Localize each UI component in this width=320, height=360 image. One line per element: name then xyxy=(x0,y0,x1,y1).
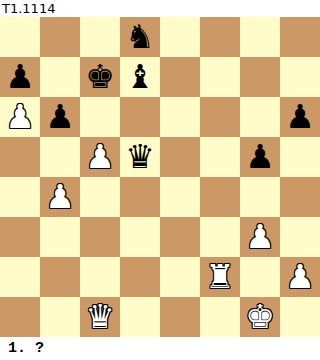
square-a6[interactable]: ♟ xyxy=(0,97,40,137)
square-e8[interactable] xyxy=(160,17,200,57)
square-e1[interactable] xyxy=(160,297,200,337)
square-b1[interactable] xyxy=(40,297,80,337)
square-a8[interactable] xyxy=(0,17,40,57)
square-d8[interactable]: ♞ xyxy=(120,17,160,57)
square-g4[interactable] xyxy=(240,177,280,217)
square-a3[interactable] xyxy=(0,217,40,257)
black-pawn-g5[interactable]: ♟ xyxy=(240,137,280,177)
square-h7[interactable] xyxy=(280,57,320,97)
square-f4[interactable] xyxy=(200,177,240,217)
square-h4[interactable] xyxy=(280,177,320,217)
move-prompt: 1. ? xyxy=(0,340,44,357)
square-h2[interactable]: ♟ xyxy=(280,257,320,297)
square-b7[interactable] xyxy=(40,57,80,97)
square-g2[interactable] xyxy=(240,257,280,297)
square-a7[interactable]: ♟ xyxy=(0,57,40,97)
square-g3[interactable]: ♟ xyxy=(240,217,280,257)
square-c5[interactable]: ♟ xyxy=(80,137,120,177)
square-f8[interactable] xyxy=(200,17,240,57)
square-h8[interactable] xyxy=(280,17,320,57)
black-bishop-d7[interactable]: ♝ xyxy=(120,57,160,97)
square-a2[interactable] xyxy=(0,257,40,297)
square-e2[interactable] xyxy=(160,257,200,297)
square-d5[interactable]: ♛ xyxy=(120,137,160,177)
square-c1[interactable]: ♛ xyxy=(80,297,120,337)
square-f2[interactable]: ♜ xyxy=(200,257,240,297)
square-d1[interactable] xyxy=(120,297,160,337)
square-e3[interactable] xyxy=(160,217,200,257)
square-d6[interactable] xyxy=(120,97,160,137)
square-e7[interactable] xyxy=(160,57,200,97)
square-f7[interactable] xyxy=(200,57,240,97)
square-g7[interactable] xyxy=(240,57,280,97)
square-b3[interactable] xyxy=(40,217,80,257)
square-g6[interactable] xyxy=(240,97,280,137)
square-e6[interactable] xyxy=(160,97,200,137)
square-a5[interactable] xyxy=(0,137,40,177)
white-rook-f2[interactable]: ♜ xyxy=(200,257,240,297)
move-bar: 1. ? xyxy=(0,337,320,360)
white-pawn-c5[interactable]: ♟ xyxy=(80,137,120,177)
white-pawn-b4[interactable]: ♟ xyxy=(40,177,80,217)
square-h3[interactable] xyxy=(280,217,320,257)
square-c4[interactable] xyxy=(80,177,120,217)
square-h1[interactable] xyxy=(280,297,320,337)
black-queen-d5[interactable]: ♛ xyxy=(120,137,160,177)
square-b8[interactable] xyxy=(40,17,80,57)
white-pawn-a6[interactable]: ♟ xyxy=(0,97,40,137)
square-f6[interactable] xyxy=(200,97,240,137)
square-d2[interactable] xyxy=(120,257,160,297)
square-d7[interactable]: ♝ xyxy=(120,57,160,97)
black-king-c7[interactable]: ♚ xyxy=(80,57,120,97)
chess-board: ♞♟♚♝♟♟♟♟♛♟♟♟♜♟♛♚ xyxy=(0,17,320,337)
square-f3[interactable] xyxy=(200,217,240,257)
square-b6[interactable]: ♟ xyxy=(40,97,80,137)
square-g5[interactable]: ♟ xyxy=(240,137,280,177)
square-c7[interactable]: ♚ xyxy=(80,57,120,97)
white-king-g1[interactable]: ♚ xyxy=(240,297,280,337)
square-b5[interactable] xyxy=(40,137,80,177)
square-f1[interactable] xyxy=(200,297,240,337)
square-c6[interactable] xyxy=(80,97,120,137)
square-a4[interactable] xyxy=(0,177,40,217)
square-f5[interactable] xyxy=(200,137,240,177)
square-b4[interactable]: ♟ xyxy=(40,177,80,217)
black-pawn-a7[interactable]: ♟ xyxy=(0,57,40,97)
black-pawn-h6[interactable]: ♟ xyxy=(280,97,320,137)
square-c2[interactable] xyxy=(80,257,120,297)
white-pawn-h2[interactable]: ♟ xyxy=(280,257,320,297)
black-pawn-b6[interactable]: ♟ xyxy=(40,97,80,137)
square-c8[interactable] xyxy=(80,17,120,57)
puzzle-title: T1.1114 xyxy=(0,0,55,17)
white-pawn-g3[interactable]: ♟ xyxy=(240,217,280,257)
square-b2[interactable] xyxy=(40,257,80,297)
square-e5[interactable] xyxy=(160,137,200,177)
square-g8[interactable] xyxy=(240,17,280,57)
black-knight-d8[interactable]: ♞ xyxy=(120,17,160,57)
square-g1[interactable]: ♚ xyxy=(240,297,280,337)
square-d3[interactable] xyxy=(120,217,160,257)
square-a1[interactable] xyxy=(0,297,40,337)
square-e4[interactable] xyxy=(160,177,200,217)
square-d4[interactable] xyxy=(120,177,160,217)
square-h5[interactable] xyxy=(280,137,320,177)
square-h6[interactable]: ♟ xyxy=(280,97,320,137)
white-queen-c1[interactable]: ♛ xyxy=(80,297,120,337)
title-bar: T1.1114 xyxy=(0,0,320,17)
square-c3[interactable] xyxy=(80,217,120,257)
